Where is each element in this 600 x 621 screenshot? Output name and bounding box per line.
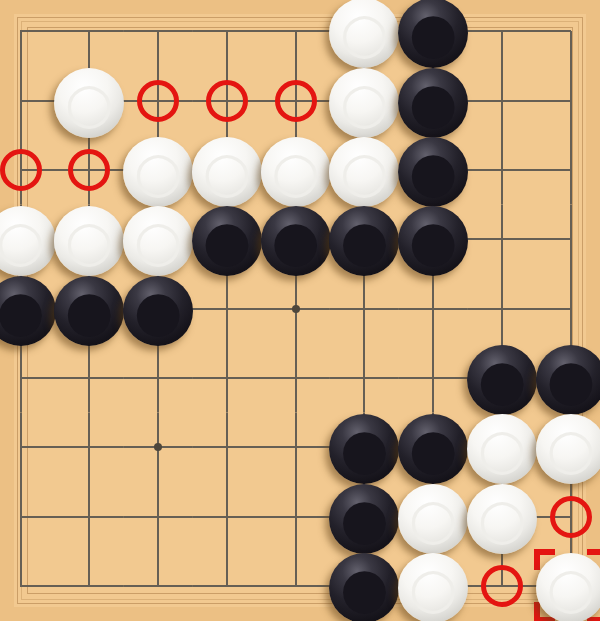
intersection[interactable] <box>536 66 600 135</box>
intersection[interactable]: ○ <box>0 205 55 274</box>
intersection[interactable]: ○ <box>536 413 600 482</box>
white-stone[interactable]: ○ <box>261 137 331 207</box>
intersection[interactable] <box>261 413 330 482</box>
intersection[interactable] <box>55 343 124 412</box>
intersection[interactable]: ● <box>399 413 468 482</box>
intersection[interactable] <box>261 482 330 551</box>
intersection[interactable]: ● <box>0 274 55 343</box>
intersection[interactable] <box>124 0 193 66</box>
white-stone[interactable]: ○ <box>123 137 193 207</box>
red-circle-marker <box>0 149 42 191</box>
white-stone[interactable]: ○ <box>54 206 124 276</box>
intersection[interactable]: ● <box>330 413 399 482</box>
intersection[interactable] <box>124 343 193 412</box>
intersection[interactable] <box>193 343 262 412</box>
intersection[interactable] <box>193 413 262 482</box>
red-circle-marker <box>137 80 179 122</box>
intersection[interactable]: ○ <box>124 135 193 204</box>
black-stone[interactable]: ● <box>467 345 537 415</box>
intersection[interactable] <box>261 0 330 66</box>
black-stone[interactable]: ● <box>329 206 399 276</box>
white-stone[interactable]: ○ <box>329 68 399 138</box>
intersection[interactable] <box>193 0 262 66</box>
intersection[interactable]: ○ <box>399 551 468 620</box>
intersection[interactable]: ● <box>330 551 399 620</box>
intersection[interactable] <box>0 0 55 66</box>
intersection[interactable]: ○ <box>468 413 537 482</box>
intersection[interactable] <box>193 551 262 620</box>
intersection[interactable] <box>261 551 330 620</box>
white-stone[interactable]: ○ <box>192 137 262 207</box>
go-board-screenshot: ○●○○●○○○○●○○○●●●●●●●●●●●○○●○○●○○ <box>0 0 600 621</box>
intersection[interactable] <box>55 0 124 66</box>
black-stone[interactable]: ● <box>123 276 193 346</box>
white-stone[interactable]: ○ <box>398 484 468 554</box>
board-grid: ○●○○●○○○○●○○○●●●●●●●●●●●○○●○○●○○ <box>0 0 600 620</box>
black-stone[interactable]: ● <box>329 484 399 554</box>
white-stone[interactable]: ○ <box>329 137 399 207</box>
white-stone[interactable]: ○ <box>467 484 537 554</box>
black-stone[interactable]: ● <box>398 68 468 138</box>
intersection[interactable]: ● <box>193 205 262 274</box>
black-stone[interactable]: ● <box>0 276 56 346</box>
intersection[interactable] <box>468 135 537 204</box>
red-circle-marker <box>550 496 592 538</box>
black-stone[interactable]: ● <box>398 0 468 68</box>
intersection[interactable]: ○ <box>399 482 468 551</box>
black-stone[interactable]: ● <box>398 137 468 207</box>
intersection[interactable] <box>0 551 55 620</box>
intersection[interactable] <box>399 343 468 412</box>
intersection[interactable] <box>193 274 262 343</box>
intersection[interactable] <box>0 343 55 412</box>
intersection[interactable]: ○ <box>330 66 399 135</box>
intersection[interactable]: ● <box>399 0 468 66</box>
white-stone[interactable]: ○ <box>54 68 124 138</box>
intersection[interactable]: ○ <box>536 551 600 620</box>
black-stone[interactable]: ● <box>261 206 331 276</box>
intersection[interactable]: ● <box>55 274 124 343</box>
black-stone[interactable]: ● <box>192 206 262 276</box>
black-stone[interactable]: ● <box>54 276 124 346</box>
intersection[interactable] <box>399 274 468 343</box>
intersection[interactable] <box>0 66 55 135</box>
intersection[interactable]: ○ <box>330 135 399 204</box>
intersection[interactable]: ○ <box>124 205 193 274</box>
red-circle-marker <box>68 149 110 191</box>
white-stone[interactable]: ○ <box>329 0 399 68</box>
intersection[interactable]: ● <box>399 66 468 135</box>
star-point <box>154 443 162 451</box>
intersection[interactable]: ● <box>124 274 193 343</box>
intersection[interactable]: ● <box>330 205 399 274</box>
red-circle-marker <box>481 565 523 607</box>
intersection[interactable]: ○ <box>330 0 399 66</box>
intersection[interactable] <box>261 66 330 135</box>
intersection[interactable] <box>55 551 124 620</box>
intersection[interactable] <box>468 0 537 66</box>
intersection[interactable] <box>468 205 537 274</box>
intersection[interactable] <box>124 482 193 551</box>
intersection[interactable] <box>536 274 600 343</box>
intersection[interactable] <box>193 66 262 135</box>
intersection[interactable] <box>261 343 330 412</box>
intersection[interactable]: ○ <box>55 66 124 135</box>
white-stone[interactable]: ○ <box>0 206 56 276</box>
intersection[interactable] <box>330 274 399 343</box>
intersection[interactable]: ○ <box>193 135 262 204</box>
intersection[interactable]: ○ <box>261 135 330 204</box>
intersection[interactable] <box>330 343 399 412</box>
intersection[interactable]: ○ <box>468 482 537 551</box>
intersection[interactable] <box>468 66 537 135</box>
intersection[interactable]: ● <box>261 205 330 274</box>
intersection[interactable] <box>536 0 600 66</box>
intersection[interactable] <box>0 135 55 204</box>
black-stone[interactable]: ● <box>536 345 600 415</box>
white-stone[interactable]: ○ <box>123 206 193 276</box>
intersection[interactable] <box>0 413 55 482</box>
intersection[interactable] <box>55 482 124 551</box>
intersection[interactable] <box>536 482 600 551</box>
white-stone[interactable]: ○ <box>467 414 537 484</box>
intersection[interactable] <box>261 274 330 343</box>
intersection[interactable] <box>536 135 600 204</box>
red-circle-marker <box>275 80 317 122</box>
black-stone[interactable]: ● <box>329 553 399 621</box>
intersection[interactable] <box>0 482 55 551</box>
intersection[interactable]: ● <box>330 482 399 551</box>
intersection[interactable] <box>193 482 262 551</box>
white-stone[interactable]: ○ <box>398 553 468 621</box>
black-stone[interactable]: ● <box>398 206 468 276</box>
intersection[interactable]: ● <box>468 343 537 412</box>
intersection[interactable]: ● <box>399 205 468 274</box>
white-stone[interactable]: ○ <box>536 553 600 621</box>
red-circle-marker <box>206 80 248 122</box>
intersection[interactable] <box>55 135 124 204</box>
white-stone[interactable]: ○ <box>536 414 600 484</box>
intersection[interactable] <box>124 66 193 135</box>
star-point <box>292 305 300 313</box>
intersection[interactable] <box>468 274 537 343</box>
intersection[interactable] <box>468 551 537 620</box>
intersection[interactable] <box>536 205 600 274</box>
intersection[interactable]: ○ <box>55 205 124 274</box>
intersection[interactable] <box>55 413 124 482</box>
intersection[interactable]: ● <box>399 135 468 204</box>
intersection[interactable] <box>124 413 193 482</box>
black-stone[interactable]: ● <box>398 414 468 484</box>
black-stone[interactable]: ● <box>329 414 399 484</box>
intersection[interactable]: ● <box>536 343 600 412</box>
intersection[interactable] <box>124 551 193 620</box>
